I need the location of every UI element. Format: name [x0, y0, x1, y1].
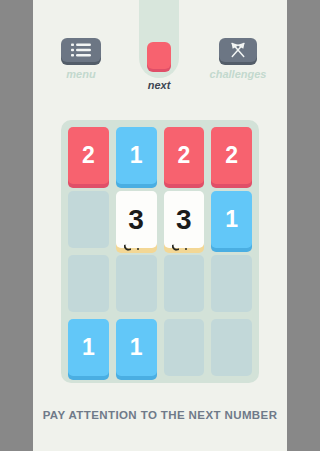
tile-number: 1 — [130, 336, 143, 359]
menu-button[interactable] — [61, 38, 101, 62]
crossed-flags-icon — [227, 41, 249, 59]
empty-cell — [211, 255, 252, 312]
empty-cell — [68, 191, 109, 248]
list-icon — [71, 43, 91, 57]
empty-cell — [211, 319, 252, 376]
empty-cell — [164, 319, 205, 376]
tile-1[interactable]: 1 — [116, 319, 157, 376]
empty-cell — [116, 255, 157, 312]
tile-number: 3 — [176, 206, 192, 234]
next-label: next — [139, 79, 179, 91]
tile-number: 2 — [177, 144, 190, 167]
tile-3[interactable]: 3 — [116, 191, 157, 248]
tile-number: 3 — [128, 206, 144, 234]
empty-cell — [164, 255, 205, 312]
tile-number: 1 — [225, 208, 238, 231]
challenges-button[interactable] — [219, 38, 257, 62]
empty-cell — [68, 255, 109, 312]
tile-2[interactable]: 2 — [164, 127, 205, 184]
tile-3[interactable]: 3 — [164, 191, 205, 248]
menu-label: menu — [61, 68, 101, 80]
tile-number: 1 — [82, 336, 95, 359]
tile-face-icon — [164, 246, 205, 252]
tile-2[interactable]: 2 — [68, 127, 109, 184]
tile-face-icon — [116, 246, 157, 252]
challenges-label: challenges — [207, 68, 269, 80]
tile-1[interactable]: 1 — [211, 191, 252, 248]
threes-game-screen: next menu — [33, 0, 287, 451]
tile-1[interactable]: 1 — [116, 127, 157, 184]
tile-number: 2 — [82, 144, 95, 167]
board[interactable]: 212233111 — [61, 120, 259, 383]
next-tile-preview — [147, 42, 171, 69]
tile-number: 2 — [225, 144, 238, 167]
next-tile-column — [139, 0, 179, 78]
hint-text: PAY ATTENTION TO THE NEXT NUMBER — [33, 409, 287, 421]
tile-number: 1 — [130, 144, 143, 167]
tile-1[interactable]: 1 — [68, 319, 109, 376]
tile-2[interactable]: 2 — [211, 127, 252, 184]
